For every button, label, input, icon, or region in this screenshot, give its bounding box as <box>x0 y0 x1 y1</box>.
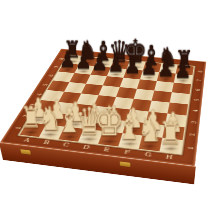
square-g5[interactable] <box>152 91 172 103</box>
file-label-b: B <box>35 139 57 147</box>
file-label-c: C <box>55 142 77 150</box>
file-label-h: H <box>158 154 180 162</box>
file-label-f: F <box>116 149 138 157</box>
rank-label-left-8: 8 <box>51 55 70 62</box>
file-label-e: E <box>95 146 117 154</box>
file-label-g: G <box>137 151 159 159</box>
brass-clasp-icon <box>120 162 131 168</box>
scene: ABCDEFGH 87654321 87654321 ♜♞♝♛♚♝♞♜♟♟♟♟♟… <box>0 0 220 220</box>
board-3d: ABCDEFGH 87654321 87654321 ♜♞♝♛♚♝♞♜♟♟♟♟♟… <box>0 49 206 166</box>
photo-background: ABCDEFGH 87654321 87654321 ♜♞♝♛♚♝♞♜♟♟♟♟♟… <box>0 0 220 220</box>
piece-white-rook-h1[interactable]: ♜ <box>159 118 182 149</box>
file-label-d: D <box>75 144 97 152</box>
file-label-a: A <box>15 137 37 144</box>
brass-hinge-icon <box>20 149 31 154</box>
square-h5[interactable] <box>170 92 190 104</box>
square-f5[interactable] <box>134 89 155 101</box>
